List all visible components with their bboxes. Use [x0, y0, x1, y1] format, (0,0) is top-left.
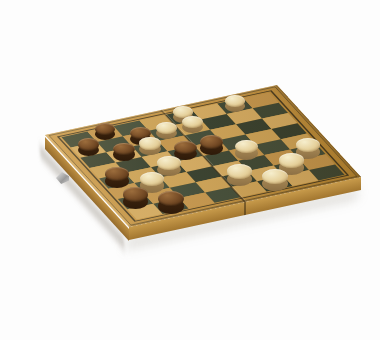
- checker-top: [113, 143, 135, 156]
- checker-dark[interactable]: [95, 123, 115, 140]
- checker-light[interactable]: [262, 169, 288, 192]
- product-photo-checkers-set: [0, 0, 380, 340]
- checker-top: [262, 169, 288, 184]
- checker-light[interactable]: [139, 137, 161, 155]
- checker-top: [95, 123, 115, 135]
- checker-top: [182, 116, 203, 128]
- checker-dark[interactable]: [78, 138, 99, 155]
- checker-light[interactable]: [227, 164, 252, 186]
- checker-top: [225, 95, 245, 107]
- checker-dark[interactable]: [105, 167, 129, 187]
- checker-top: [78, 138, 99, 150]
- fold-seam: [244, 202, 246, 215]
- checker-top: [123, 187, 148, 202]
- checker-top: [140, 172, 165, 186]
- checker-dark[interactable]: [158, 191, 184, 214]
- checker-top: [174, 141, 197, 154]
- checker-top: [139, 137, 161, 150]
- checker-top: [156, 122, 177, 134]
- checker-dark[interactable]: [200, 135, 223, 154]
- checker-top: [200, 135, 223, 148]
- checker-top: [279, 153, 304, 168]
- checker-top: [157, 156, 181, 170]
- checker-dark[interactable]: [113, 143, 135, 161]
- checker-dark[interactable]: [123, 187, 148, 209]
- checker-top: [105, 167, 129, 181]
- checker-light[interactable]: [235, 140, 259, 160]
- checker-light[interactable]: [225, 95, 245, 112]
- checker-light[interactable]: [182, 116, 203, 133]
